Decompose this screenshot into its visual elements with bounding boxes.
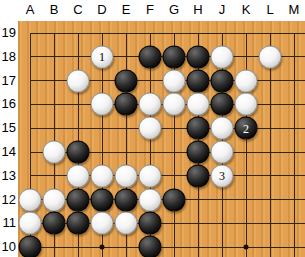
black-stone-J17[interactable]	[211, 69, 234, 92]
grid-line-row-10	[30, 247, 305, 248]
row-label-11: 11	[0, 215, 16, 230]
white-stone-D13[interactable]	[91, 164, 114, 187]
column-label-H: H	[193, 2, 202, 17]
white-stone-J18[interactable]	[211, 45, 234, 68]
grid-line-row-15	[30, 128, 305, 129]
grid-line-row-19	[30, 33, 305, 34]
column-label-M: M	[289, 2, 300, 17]
black-stone-G18[interactable]	[163, 45, 186, 68]
black-stone-A10[interactable]	[19, 236, 42, 257]
white-stone-J15[interactable]	[211, 117, 234, 140]
column-label-B: B	[50, 2, 59, 17]
column-label-D: D	[97, 2, 106, 17]
black-stone-H18[interactable]	[187, 45, 210, 68]
white-stone-F12[interactable]	[139, 188, 162, 211]
black-stone-G12[interactable]	[163, 188, 186, 211]
column-label-K: K	[242, 2, 251, 17]
white-stone-C13[interactable]	[67, 164, 90, 187]
white-stone-A11[interactable]	[19, 212, 42, 235]
white-stone-D18[interactable]: 1	[91, 45, 114, 68]
row-label-15: 15	[0, 120, 16, 135]
black-stone-E17[interactable]	[115, 69, 138, 92]
white-stone-F13[interactable]	[139, 164, 162, 187]
row-label-12: 12	[0, 191, 16, 206]
row-label-19: 19	[0, 25, 16, 40]
white-stone-E11[interactable]	[115, 212, 138, 235]
black-stone-F11[interactable]	[139, 212, 162, 235]
white-stone-J14[interactable]	[211, 141, 234, 164]
black-stone-F10[interactable]	[139, 236, 162, 257]
row-label-18: 18	[0, 49, 16, 64]
column-label-C: C	[73, 2, 82, 17]
row-label-14: 14	[0, 144, 16, 159]
star-point-D10	[100, 245, 105, 250]
black-stone-E12[interactable]	[115, 188, 138, 211]
go-diagram: ABCDEFGHJKLM19181716151413121110123	[0, 0, 305, 257]
white-stone-F15[interactable]	[139, 117, 162, 140]
row-label-10: 10	[0, 239, 16, 254]
white-stone-B12[interactable]	[43, 188, 66, 211]
black-stone-J16[interactable]	[211, 93, 234, 116]
white-stone-E13[interactable]	[115, 164, 138, 187]
white-stone-J13[interactable]: 3	[211, 164, 234, 187]
go-board[interactable]: ABCDEFGHJKLM19181716151413121110123	[0, 0, 305, 257]
white-stone-G16[interactable]	[163, 93, 186, 116]
column-label-J: J	[219, 2, 226, 17]
white-stone-C17[interactable]	[67, 69, 90, 92]
white-stone-L18[interactable]	[259, 45, 282, 68]
black-stone-K15[interactable]: 2	[235, 117, 258, 140]
black-stone-H17[interactable]	[187, 69, 210, 92]
black-stone-D12[interactable]	[91, 188, 114, 211]
white-stone-G17[interactable]	[163, 69, 186, 92]
column-label-A: A	[26, 2, 35, 17]
black-stone-C11[interactable]	[67, 212, 90, 235]
black-stone-E16[interactable]	[115, 93, 138, 116]
white-stone-K17[interactable]	[235, 69, 258, 92]
column-label-G: G	[169, 2, 179, 17]
black-stone-F18[interactable]	[139, 45, 162, 68]
column-label-L: L	[266, 2, 273, 17]
white-stone-D11[interactable]	[91, 212, 114, 235]
star-point-K10	[244, 245, 249, 250]
black-stone-H14[interactable]	[187, 141, 210, 164]
black-stone-H15[interactable]	[187, 117, 210, 140]
row-label-17: 17	[0, 72, 16, 87]
white-stone-B14[interactable]	[43, 141, 66, 164]
black-stone-C12[interactable]	[67, 188, 90, 211]
black-stone-C14[interactable]	[67, 141, 90, 164]
row-label-13: 13	[0, 168, 16, 183]
white-stone-H16[interactable]	[187, 93, 210, 116]
column-label-E: E	[122, 2, 131, 17]
column-label-F: F	[146, 2, 154, 17]
white-stone-F16[interactable]	[139, 93, 162, 116]
black-stone-H13[interactable]	[187, 164, 210, 187]
row-label-16: 16	[0, 96, 16, 111]
white-stone-K16[interactable]	[235, 93, 258, 116]
white-stone-D16[interactable]	[91, 93, 114, 116]
white-stone-A12[interactable]	[19, 188, 42, 211]
black-stone-B11[interactable]	[43, 212, 66, 235]
